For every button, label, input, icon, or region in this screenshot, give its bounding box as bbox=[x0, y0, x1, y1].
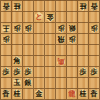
shogi-board: 香桂桂香と金王歩歩歩銀歩歩飛歩角馬歩歩歩歩歩玉銀香桂金龍桂香 bbox=[0, 0, 100, 100]
square-1c[interactable]: 歩 bbox=[89, 23, 100, 34]
square-5i[interactable] bbox=[45, 89, 56, 100]
piece-香-gote[interactable]: 香 bbox=[89, 1, 98, 11]
piece-香-sente[interactable]: 香 bbox=[1, 89, 10, 99]
square-2e[interactable] bbox=[78, 45, 89, 56]
piece-glyph: 香 bbox=[2, 1, 9, 10]
piece-王-gote[interactable]: 王 bbox=[1, 23, 10, 33]
piece-金-gote[interactable]: 金 bbox=[45, 12, 54, 22]
piece-glyph: 王 bbox=[2, 23, 9, 32]
square-8d[interactable] bbox=[12, 34, 23, 45]
piece-glyph: 歩 bbox=[24, 23, 31, 32]
square-5e[interactable] bbox=[45, 45, 56, 56]
square-4f[interactable]: 馬 bbox=[56, 56, 67, 67]
square-7f[interactable] bbox=[23, 56, 34, 67]
square-6i[interactable]: 金 bbox=[34, 89, 45, 100]
square-6g[interactable] bbox=[34, 67, 45, 78]
square-9e[interactable] bbox=[1, 45, 12, 56]
square-4h[interactable] bbox=[56, 78, 67, 89]
piece-歩-gote[interactable]: 歩 bbox=[12, 23, 21, 33]
piece-glyph: 飛 bbox=[57, 34, 64, 43]
piece-角-sente[interactable]: 角 bbox=[12, 56, 21, 66]
square-1f[interactable] bbox=[89, 56, 100, 67]
square-5d[interactable] bbox=[45, 34, 56, 45]
piece-香-sente[interactable]: 香 bbox=[89, 89, 98, 99]
square-2h[interactable] bbox=[78, 78, 89, 89]
piece-glyph: 香 bbox=[90, 1, 97, 10]
square-9a[interactable]: 香 bbox=[1, 1, 12, 12]
square-9c[interactable]: 王 bbox=[1, 23, 12, 34]
square-4c[interactable]: 歩 bbox=[56, 23, 67, 34]
piece-glyph: 香 bbox=[2, 90, 9, 99]
piece-と-sente[interactable]: と bbox=[34, 12, 43, 22]
square-6b[interactable]: と bbox=[34, 12, 45, 23]
square-2f[interactable] bbox=[78, 56, 89, 67]
piece-glyph: 桂 bbox=[79, 1, 86, 10]
square-7h[interactable]: 銀 bbox=[23, 78, 34, 89]
piece-銀-sente[interactable]: 銀 bbox=[23, 78, 32, 88]
square-4d[interactable]: 飛 bbox=[56, 34, 67, 45]
piece-glyph: 歩 bbox=[57, 23, 64, 32]
piece-glyph: 銀 bbox=[24, 79, 31, 88]
square-5g[interactable] bbox=[45, 67, 56, 78]
square-9d[interactable]: 歩 bbox=[1, 34, 12, 45]
square-3a[interactable] bbox=[67, 1, 78, 12]
piece-glyph: 香 bbox=[90, 90, 97, 99]
square-1a[interactable]: 香 bbox=[89, 1, 100, 12]
piece-歩-gote[interactable]: 歩 bbox=[67, 34, 76, 44]
square-5f[interactable] bbox=[45, 56, 56, 67]
square-4a[interactable] bbox=[56, 1, 67, 12]
piece-馬-gote[interactable]: 馬 bbox=[56, 56, 65, 66]
square-9g[interactable]: 歩 bbox=[1, 67, 12, 78]
piece-glyph: 桂 bbox=[13, 90, 20, 99]
square-8i[interactable]: 桂 bbox=[12, 89, 23, 100]
square-9b[interactable] bbox=[1, 12, 12, 23]
square-5h[interactable] bbox=[45, 78, 56, 89]
piece-glyph: と bbox=[35, 13, 42, 22]
piece-玉-sente[interactable]: 玉 bbox=[12, 78, 21, 88]
square-8c[interactable]: 歩 bbox=[12, 23, 23, 34]
piece-glyph: 桂 bbox=[79, 90, 86, 99]
piece-桂-gote[interactable]: 桂 bbox=[12, 1, 21, 11]
square-2d[interactable] bbox=[78, 34, 89, 45]
piece-桂-sente[interactable]: 桂 bbox=[78, 89, 87, 99]
piece-glyph: 歩 bbox=[13, 23, 20, 32]
square-2g[interactable]: 歩 bbox=[78, 67, 89, 78]
square-7d[interactable] bbox=[23, 34, 34, 45]
piece-glyph: 龍 bbox=[68, 90, 75, 99]
piece-glyph: 歩 bbox=[13, 68, 20, 77]
square-6h[interactable] bbox=[34, 78, 45, 89]
square-3d[interactable]: 歩 bbox=[67, 34, 78, 45]
square-4g[interactable] bbox=[56, 67, 67, 78]
square-1b[interactable] bbox=[89, 12, 100, 23]
piece-glyph: 玉 bbox=[13, 79, 20, 88]
square-5a[interactable] bbox=[45, 1, 56, 12]
square-3c[interactable]: 銀 bbox=[67, 23, 78, 34]
piece-glyph: 銀 bbox=[68, 23, 75, 32]
piece-歩-gote[interactable]: 歩 bbox=[56, 23, 65, 33]
piece-glyph: 歩 bbox=[2, 68, 9, 77]
piece-glyph: 歩 bbox=[79, 68, 86, 77]
piece-歩-sente[interactable]: 歩 bbox=[78, 67, 87, 77]
square-1g[interactable]: 歩 bbox=[89, 67, 100, 78]
square-2b[interactable] bbox=[78, 12, 89, 23]
square-8h[interactable]: 玉 bbox=[12, 78, 23, 89]
square-8e[interactable] bbox=[12, 45, 23, 56]
piece-glyph: 歩 bbox=[24, 68, 31, 77]
piece-歩-gote[interactable]: 歩 bbox=[1, 34, 10, 44]
square-9f[interactable] bbox=[1, 56, 12, 67]
square-6a[interactable] bbox=[34, 1, 45, 12]
square-6c[interactable] bbox=[34, 23, 45, 34]
square-2i[interactable]: 桂 bbox=[78, 89, 89, 100]
piece-glyph: 歩 bbox=[90, 23, 97, 32]
square-4b[interactable] bbox=[56, 12, 67, 23]
square-3h[interactable] bbox=[67, 78, 78, 89]
square-8g[interactable]: 歩 bbox=[12, 67, 23, 78]
piece-銀-gote[interactable]: 銀 bbox=[67, 23, 76, 33]
piece-glyph: 金 bbox=[35, 90, 42, 99]
piece-歩-gote[interactable]: 歩 bbox=[23, 23, 32, 33]
square-1h[interactable] bbox=[89, 78, 100, 89]
square-3g[interactable] bbox=[67, 67, 78, 78]
piece-glyph: 歩 bbox=[90, 68, 97, 77]
square-8f[interactable]: 角 bbox=[12, 56, 23, 67]
square-9h[interactable] bbox=[1, 78, 12, 89]
square-4i[interactable] bbox=[56, 89, 67, 100]
square-3i[interactable]: 龍 bbox=[67, 89, 78, 100]
square-1i[interactable]: 香 bbox=[89, 89, 100, 100]
square-2c[interactable] bbox=[78, 23, 89, 34]
square-8a[interactable]: 桂 bbox=[12, 1, 23, 12]
square-4e[interactable] bbox=[56, 45, 67, 56]
piece-歩-sente[interactable]: 歩 bbox=[1, 67, 10, 77]
piece-龍-sente[interactable]: 龍 bbox=[67, 89, 76, 99]
square-7g[interactable]: 歩 bbox=[23, 67, 34, 78]
square-6d[interactable] bbox=[34, 34, 45, 45]
square-1e[interactable] bbox=[89, 45, 100, 56]
square-5b[interactable]: 金 bbox=[45, 12, 56, 23]
square-2a[interactable]: 桂 bbox=[78, 1, 89, 12]
square-3e[interactable] bbox=[67, 45, 78, 56]
piece-glyph: 馬 bbox=[57, 56, 64, 65]
square-9i[interactable]: 香 bbox=[1, 89, 12, 100]
square-8b[interactable] bbox=[12, 12, 23, 23]
square-5c[interactable] bbox=[45, 23, 56, 34]
piece-歩-gote[interactable]: 歩 bbox=[89, 23, 98, 33]
piece-glyph: 桂 bbox=[13, 1, 20, 10]
square-6f[interactable] bbox=[34, 56, 45, 67]
piece-歩-sente[interactable]: 歩 bbox=[23, 67, 32, 77]
piece-金-sente[interactable]: 金 bbox=[34, 89, 43, 99]
square-3b[interactable] bbox=[67, 12, 78, 23]
square-7c[interactable]: 歩 bbox=[23, 23, 34, 34]
square-7i[interactable] bbox=[23, 89, 34, 100]
piece-歩-sente[interactable]: 歩 bbox=[89, 67, 98, 77]
square-7e[interactable] bbox=[23, 45, 34, 56]
square-3f[interactable] bbox=[67, 56, 78, 67]
piece-歩-sente[interactable]: 歩 bbox=[12, 67, 21, 77]
square-1d[interactable] bbox=[89, 34, 100, 45]
piece-glyph: 歩 bbox=[68, 34, 75, 43]
square-7a[interactable] bbox=[23, 1, 34, 12]
piece-glyph: 歩 bbox=[2, 34, 9, 43]
piece-桂-sente[interactable]: 桂 bbox=[12, 89, 21, 99]
square-6e[interactable] bbox=[34, 45, 45, 56]
piece-glyph: 角 bbox=[13, 57, 20, 66]
piece-香-gote[interactable]: 香 bbox=[1, 1, 10, 11]
square-7b[interactable] bbox=[23, 12, 34, 23]
piece-glyph: 金 bbox=[46, 12, 53, 21]
piece-飛-gote[interactable]: 飛 bbox=[56, 34, 65, 44]
piece-桂-gote[interactable]: 桂 bbox=[78, 1, 87, 11]
